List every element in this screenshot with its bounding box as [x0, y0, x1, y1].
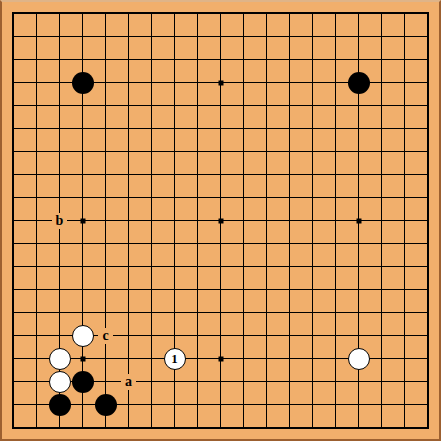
board-intersection[interactable]: [25, 347, 48, 370]
board-intersection[interactable]: [324, 416, 347, 439]
board-intersection[interactable]: [255, 255, 278, 278]
board-intersection[interactable]: [209, 232, 232, 255]
board-intersection[interactable]: [324, 301, 347, 324]
board-intersection[interactable]: [48, 393, 71, 416]
board-intersection[interactable]: [370, 2, 393, 25]
board-intersection[interactable]: [255, 324, 278, 347]
board-intersection[interactable]: [370, 48, 393, 71]
board-intersection[interactable]: [255, 393, 278, 416]
board-intersection[interactable]: [324, 25, 347, 48]
board-intersection[interactable]: [370, 393, 393, 416]
board-intersection[interactable]: [324, 2, 347, 25]
board-intersection[interactable]: [301, 278, 324, 301]
board-intersection[interactable]: [163, 2, 186, 25]
board-intersection[interactable]: [117, 186, 140, 209]
board-intersection[interactable]: [94, 393, 117, 416]
board-intersection[interactable]: [301, 393, 324, 416]
board-intersection[interactable]: [347, 140, 370, 163]
board-intersection[interactable]: [324, 347, 347, 370]
board-intersection[interactable]: [94, 71, 117, 94]
board-intersection[interactable]: [255, 25, 278, 48]
board-intersection[interactable]: [232, 301, 255, 324]
board-intersection[interactable]: [347, 301, 370, 324]
board-intersection[interactable]: [209, 393, 232, 416]
board-intersection[interactable]: [117, 301, 140, 324]
board-intersection[interactable]: [209, 117, 232, 140]
board-intersection[interactable]: [48, 278, 71, 301]
board-intersection[interactable]: [370, 324, 393, 347]
board-intersection[interactable]: [232, 347, 255, 370]
board-intersection[interactable]: [232, 140, 255, 163]
board-intersection[interactable]: [416, 209, 439, 232]
board-intersection[interactable]: [2, 255, 25, 278]
board-intersection[interactable]: [324, 278, 347, 301]
board-intersection[interactable]: [186, 209, 209, 232]
board-intersection[interactable]: [25, 255, 48, 278]
board-intersection[interactable]: [347, 416, 370, 439]
board-intersection[interactable]: [370, 416, 393, 439]
board-intersection[interactable]: [48, 48, 71, 71]
board-intersection[interactable]: [278, 94, 301, 117]
board-intersection[interactable]: [94, 140, 117, 163]
board-intersection[interactable]: [324, 117, 347, 140]
board-intersection[interactable]: [324, 94, 347, 117]
board-intersection[interactable]: [48, 347, 71, 370]
board-intersection[interactable]: [255, 301, 278, 324]
board-intersection[interactable]: [209, 301, 232, 324]
board-intersection[interactable]: [347, 71, 370, 94]
board-intersection[interactable]: [416, 140, 439, 163]
board-intersection[interactable]: [347, 48, 370, 71]
board-intersection[interactable]: [232, 117, 255, 140]
board-intersection[interactable]: [2, 278, 25, 301]
board-intersection[interactable]: [163, 232, 186, 255]
board-intersection[interactable]: [278, 370, 301, 393]
board-intersection[interactable]: [25, 117, 48, 140]
board-intersection[interactable]: [209, 94, 232, 117]
board-intersection[interactable]: [393, 117, 416, 140]
board-intersection[interactable]: [186, 140, 209, 163]
board-intersection[interactable]: [324, 370, 347, 393]
board-intersection[interactable]: [255, 232, 278, 255]
board-intersection[interactable]: [94, 370, 117, 393]
board-intersection[interactable]: [186, 2, 209, 25]
board-intersection[interactable]: [48, 71, 71, 94]
board-intersection[interactable]: [370, 71, 393, 94]
board-intersection[interactable]: [94, 416, 117, 439]
board-intersection[interactable]: [71, 186, 94, 209]
board-intersection[interactable]: [71, 232, 94, 255]
board-intersection[interactable]: [186, 186, 209, 209]
board-intersection[interactable]: [140, 370, 163, 393]
board-intersection[interactable]: [301, 255, 324, 278]
board-intersection[interactable]: [25, 370, 48, 393]
board-intersection[interactable]: [255, 186, 278, 209]
board-intersection[interactable]: [94, 94, 117, 117]
board-intersection[interactable]: [347, 163, 370, 186]
board-intersection[interactable]: [301, 117, 324, 140]
board-intersection[interactable]: [186, 71, 209, 94]
board-intersection[interactable]: [71, 393, 94, 416]
board-intersection[interactable]: [393, 140, 416, 163]
board-intersection[interactable]: [347, 2, 370, 25]
board-intersection[interactable]: [186, 255, 209, 278]
board-intersection[interactable]: [48, 25, 71, 48]
board-intersection[interactable]: [94, 232, 117, 255]
board-intersection[interactable]: [48, 301, 71, 324]
board-intersection[interactable]: [163, 209, 186, 232]
board-intersection[interactable]: 1: [163, 347, 186, 370]
board-intersection[interactable]: [255, 163, 278, 186]
board-intersection[interactable]: [232, 48, 255, 71]
board-intersection[interactable]: [163, 370, 186, 393]
board-intersection[interactable]: [48, 140, 71, 163]
board-intersection[interactable]: [48, 416, 71, 439]
board-intersection[interactable]: [48, 186, 71, 209]
board-intersection[interactable]: [2, 416, 25, 439]
board-intersection[interactable]: [370, 163, 393, 186]
board-intersection[interactable]: [393, 209, 416, 232]
board-intersection[interactable]: [278, 140, 301, 163]
board-intersection[interactable]: [140, 278, 163, 301]
board-intersection[interactable]: [2, 48, 25, 71]
board-intersection[interactable]: [301, 163, 324, 186]
board-intersection[interactable]: [232, 163, 255, 186]
board-intersection[interactable]: [2, 347, 25, 370]
board-intersection[interactable]: [255, 416, 278, 439]
board-intersection[interactable]: [140, 393, 163, 416]
board-intersection[interactable]: [163, 48, 186, 71]
board-intersection[interactable]: [416, 186, 439, 209]
board-intersection[interactable]: [48, 255, 71, 278]
board-intersection[interactable]: [25, 2, 48, 25]
board-intersection[interactable]: [186, 163, 209, 186]
board-intersection[interactable]: [71, 370, 94, 393]
board-intersection[interactable]: [301, 186, 324, 209]
board-intersection[interactable]: [370, 347, 393, 370]
board-intersection[interactable]: [2, 186, 25, 209]
board-intersection[interactable]: [347, 232, 370, 255]
board-intersection[interactable]: [278, 278, 301, 301]
board-intersection[interactable]: [117, 163, 140, 186]
board-intersection[interactable]: [2, 393, 25, 416]
board-intersection[interactable]: [140, 186, 163, 209]
board-intersection[interactable]: [140, 209, 163, 232]
board-intersection[interactable]: [232, 393, 255, 416]
board-intersection[interactable]: [416, 301, 439, 324]
board-intersection[interactable]: [48, 370, 71, 393]
board-intersection[interactable]: [140, 416, 163, 439]
board-intersection[interactable]: [301, 370, 324, 393]
board-intersection[interactable]: [140, 347, 163, 370]
board-intersection[interactable]: [255, 370, 278, 393]
board-intersection[interactable]: [2, 117, 25, 140]
board-intersection[interactable]: [324, 48, 347, 71]
board-intersection[interactable]: [163, 324, 186, 347]
board-intersection[interactable]: [163, 278, 186, 301]
board-intersection[interactable]: [25, 301, 48, 324]
board-intersection[interactable]: [2, 232, 25, 255]
board-intersection[interactable]: [71, 163, 94, 186]
board-intersection[interactable]: [347, 117, 370, 140]
board-intersection[interactable]: [347, 347, 370, 370]
board-intersection[interactable]: [255, 347, 278, 370]
board-intersection[interactable]: [370, 278, 393, 301]
board-intersection[interactable]: [48, 2, 71, 25]
board-intersection[interactable]: [278, 163, 301, 186]
board-intersection[interactable]: [393, 163, 416, 186]
board-intersection[interactable]: [393, 370, 416, 393]
board-intersection[interactable]: [186, 416, 209, 439]
board-intersection[interactable]: [71, 209, 94, 232]
board-intersection[interactable]: [25, 94, 48, 117]
board-intersection[interactable]: [48, 232, 71, 255]
board-intersection[interactable]: [278, 255, 301, 278]
board-intersection[interactable]: [347, 255, 370, 278]
board-intersection[interactable]: [2, 163, 25, 186]
board-intersection[interactable]: [209, 71, 232, 94]
board-intersection[interactable]: [301, 48, 324, 71]
board-intersection[interactable]: [2, 140, 25, 163]
board-intersection[interactable]: [117, 140, 140, 163]
board-intersection[interactable]: [370, 301, 393, 324]
board-intersection[interactable]: [2, 324, 25, 347]
board-intersection[interactable]: [163, 140, 186, 163]
board-intersection[interactable]: [278, 301, 301, 324]
board-intersection[interactable]: [94, 163, 117, 186]
board-intersection[interactable]: [232, 232, 255, 255]
board-intersection[interactable]: [278, 416, 301, 439]
board-intersection[interactable]: [416, 25, 439, 48]
board-intersection[interactable]: [94, 347, 117, 370]
board-intersection[interactable]: [232, 370, 255, 393]
board-intersection[interactable]: [232, 324, 255, 347]
board-intersection[interactable]: [324, 393, 347, 416]
board-intersection[interactable]: [117, 347, 140, 370]
board-intersection[interactable]: [301, 416, 324, 439]
board-intersection[interactable]: [209, 48, 232, 71]
board-intersection[interactable]: [301, 324, 324, 347]
board-intersection[interactable]: [25, 163, 48, 186]
board-intersection[interactable]: [255, 48, 278, 71]
board-intersection[interactable]: [393, 71, 416, 94]
board-intersection[interactable]: [393, 232, 416, 255]
board-intersection[interactable]: [2, 94, 25, 117]
board-intersection[interactable]: [232, 71, 255, 94]
board-intersection[interactable]: [301, 2, 324, 25]
board-intersection[interactable]: [301, 232, 324, 255]
board-intersection[interactable]: [186, 393, 209, 416]
board-intersection[interactable]: [324, 163, 347, 186]
board-intersection[interactable]: [393, 186, 416, 209]
board-intersection[interactable]: [393, 301, 416, 324]
board-intersection[interactable]: [416, 232, 439, 255]
board-intersection[interactable]: [232, 278, 255, 301]
board-intersection[interactable]: [370, 117, 393, 140]
board-intersection[interactable]: [416, 370, 439, 393]
board-intersection[interactable]: [255, 209, 278, 232]
board-intersection[interactable]: [370, 94, 393, 117]
board-intersection[interactable]: [416, 48, 439, 71]
board-intersection[interactable]: [117, 25, 140, 48]
board-intersection[interactable]: [324, 209, 347, 232]
board-intersection[interactable]: [347, 393, 370, 416]
board-intersection[interactable]: [232, 2, 255, 25]
board-intersection[interactable]: [278, 48, 301, 71]
board-intersection[interactable]: [140, 140, 163, 163]
board-intersection[interactable]: [117, 324, 140, 347]
board-intersection[interactable]: [209, 163, 232, 186]
board-intersection[interactable]: [301, 301, 324, 324]
board-intersection[interactable]: [232, 416, 255, 439]
board-intersection[interactable]: [347, 324, 370, 347]
board-intersection[interactable]: [255, 140, 278, 163]
board-intersection[interactable]: [140, 2, 163, 25]
board-intersection[interactable]: [163, 393, 186, 416]
board-intersection[interactable]: [370, 186, 393, 209]
board-intersection[interactable]: [393, 255, 416, 278]
board-intersection[interactable]: [117, 255, 140, 278]
board-intersection[interactable]: [94, 2, 117, 25]
board-intersection[interactable]: [255, 94, 278, 117]
board-intersection[interactable]: [163, 163, 186, 186]
board-intersection[interactable]: [94, 25, 117, 48]
board-intersection[interactable]: [71, 94, 94, 117]
board-intersection[interactable]: [416, 117, 439, 140]
board-intersection[interactable]: [301, 347, 324, 370]
board-intersection[interactable]: [301, 25, 324, 48]
board-intersection[interactable]: [209, 255, 232, 278]
board-intersection[interactable]: [140, 117, 163, 140]
board-intersection[interactable]: [2, 25, 25, 48]
board-intersection[interactable]: [71, 301, 94, 324]
board-intersection[interactable]: [209, 25, 232, 48]
board-intersection[interactable]: [140, 301, 163, 324]
board-intersection[interactable]: [71, 416, 94, 439]
board-intersection[interactable]: [140, 94, 163, 117]
board-intersection[interactable]: [232, 209, 255, 232]
board-intersection[interactable]: [301, 94, 324, 117]
board-intersection[interactable]: [393, 48, 416, 71]
board-intersection[interactable]: [209, 2, 232, 25]
board-intersection[interactable]: [117, 278, 140, 301]
board-intersection[interactable]: [140, 255, 163, 278]
board-intersection[interactable]: [301, 209, 324, 232]
board-intersection[interactable]: [163, 255, 186, 278]
board-intersection[interactable]: [278, 347, 301, 370]
board-intersection[interactable]: [324, 186, 347, 209]
board-intersection[interactable]: [347, 25, 370, 48]
board-intersection[interactable]: [117, 117, 140, 140]
board-intersection[interactable]: [347, 278, 370, 301]
board-intersection[interactable]: [25, 186, 48, 209]
board-intersection[interactable]: [94, 117, 117, 140]
board-intersection[interactable]: [94, 301, 117, 324]
board-intersection[interactable]: [163, 117, 186, 140]
board-intersection[interactable]: [71, 117, 94, 140]
board-intersection[interactable]: [2, 71, 25, 94]
board-intersection[interactable]: [255, 2, 278, 25]
board-intersection[interactable]: [324, 140, 347, 163]
board-intersection[interactable]: [324, 232, 347, 255]
board-intersection[interactable]: [2, 2, 25, 25]
board-intersection[interactable]: [71, 324, 94, 347]
board-intersection[interactable]: [186, 278, 209, 301]
board-intersection[interactable]: [186, 25, 209, 48]
board-intersection[interactable]: [186, 301, 209, 324]
board-intersection[interactable]: [25, 209, 48, 232]
board-intersection[interactable]: [25, 48, 48, 71]
board-intersection[interactable]: [393, 94, 416, 117]
board-intersection[interactable]: [117, 416, 140, 439]
board-intersection[interactable]: [94, 48, 117, 71]
board-intersection[interactable]: [278, 324, 301, 347]
board-intersection[interactable]: [71, 347, 94, 370]
board-intersection[interactable]: [117, 71, 140, 94]
board-intersection[interactable]: [25, 324, 48, 347]
board-intersection[interactable]: [209, 416, 232, 439]
board-intersection[interactable]: [370, 370, 393, 393]
board-intersection[interactable]: [278, 209, 301, 232]
board-intersection[interactable]: [255, 117, 278, 140]
board-intersection[interactable]: [163, 71, 186, 94]
board-intersection[interactable]: [94, 278, 117, 301]
board-intersection[interactable]: [71, 278, 94, 301]
board-intersection[interactable]: [140, 71, 163, 94]
board-intersection[interactable]: [25, 140, 48, 163]
board-intersection[interactable]: a: [117, 370, 140, 393]
board-intersection[interactable]: [324, 255, 347, 278]
board-intersection[interactable]: [209, 209, 232, 232]
board-intersection[interactable]: [278, 186, 301, 209]
board-intersection[interactable]: [416, 94, 439, 117]
board-intersection[interactable]: [393, 347, 416, 370]
board-intersection[interactable]: [25, 232, 48, 255]
board-intersection[interactable]: [71, 140, 94, 163]
board-intersection[interactable]: [25, 71, 48, 94]
board-intersection[interactable]: [393, 278, 416, 301]
board-intersection[interactable]: [209, 186, 232, 209]
board-intersection[interactable]: [393, 25, 416, 48]
board-intersection[interactable]: [347, 94, 370, 117]
board-intersection[interactable]: [324, 324, 347, 347]
board-intersection[interactable]: [140, 163, 163, 186]
board-intersection[interactable]: [209, 278, 232, 301]
board-intersection[interactable]: [347, 209, 370, 232]
board-intersection[interactable]: [393, 2, 416, 25]
board-intersection[interactable]: [71, 2, 94, 25]
board-intersection[interactable]: [186, 94, 209, 117]
board-intersection[interactable]: [416, 278, 439, 301]
board-intersection[interactable]: [416, 255, 439, 278]
board-intersection[interactable]: [209, 370, 232, 393]
board-intersection[interactable]: [117, 2, 140, 25]
board-intersection[interactable]: [48, 324, 71, 347]
board-intersection[interactable]: [278, 393, 301, 416]
board-intersection[interactable]: [370, 255, 393, 278]
board-intersection[interactable]: [278, 71, 301, 94]
board-intersection[interactable]: [163, 25, 186, 48]
board-intersection[interactable]: [48, 163, 71, 186]
board-intersection[interactable]: [347, 370, 370, 393]
board-intersection[interactable]: [186, 117, 209, 140]
board-intersection[interactable]: [117, 209, 140, 232]
board-intersection[interactable]: [209, 347, 232, 370]
board-intersection[interactable]: [186, 347, 209, 370]
board-intersection[interactable]: [370, 140, 393, 163]
board-intersection[interactable]: [2, 370, 25, 393]
board-intersection[interactable]: [186, 370, 209, 393]
